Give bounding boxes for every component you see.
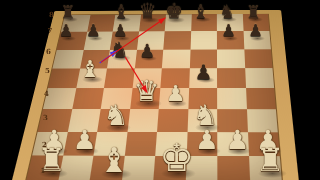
black-pawn-a7[interactable]: ♟ — [54, 23, 79, 40]
white-bishop-b5[interactable]: ♝ — [72, 58, 107, 82]
square-a4[interactable] — [43, 88, 76, 109]
white-king-e1[interactable]: ♚ — [148, 139, 205, 177]
square-h6[interactable] — [244, 49, 273, 68]
black-pawn-b7[interactable]: ♟ — [81, 23, 106, 40]
white-knight-c3[interactable]: ♞ — [95, 102, 137, 130]
white-rook-a1[interactable]: ♜ — [28, 145, 76, 177]
square-g1[interactable] — [217, 156, 249, 180]
square-h4[interactable] — [246, 88, 276, 109]
black-pawn-h7[interactable]: ♟ — [243, 23, 268, 40]
black-knight-g8[interactable]: ♞ — [214, 4, 241, 22]
square-h5[interactable] — [245, 68, 274, 88]
white-bishop-c1[interactable]: ♝ — [89, 143, 140, 177]
square-g5[interactable] — [217, 68, 246, 88]
black-pawn-g7[interactable]: ♟ — [216, 23, 241, 40]
black-rook-a8[interactable]: ♜ — [56, 5, 81, 22]
black-queen-d8[interactable]: ♛ — [133, 2, 163, 22]
black-rook-h8[interactable]: ♜ — [241, 5, 266, 22]
white-rook-h1[interactable]: ♜ — [246, 145, 294, 177]
black-pawn-f5[interactable]: ♟ — [189, 62, 219, 82]
black-knight-c6[interactable]: ♞ — [104, 39, 136, 60]
square-f7[interactable] — [190, 31, 217, 49]
chess-app-window: ♜♝♛♚♝♞♜♟♟♟♟♟♞♟♝♟♛♟♞♞♟♟♟♟♟♜♝♚♜ 12345678 — [0, 0, 320, 180]
square-e3[interactable] — [157, 109, 188, 132]
square-e6[interactable] — [162, 49, 190, 68]
black-bishop-c8[interactable]: ♝ — [108, 4, 135, 22]
square-g6[interactable] — [217, 49, 245, 68]
black-pawn-d6[interactable]: ♟ — [134, 42, 161, 60]
black-king-e8[interactable]: ♚ — [159, 2, 189, 22]
black-bishop-f8[interactable]: ♝ — [187, 4, 214, 22]
square-e7[interactable] — [163, 31, 190, 49]
